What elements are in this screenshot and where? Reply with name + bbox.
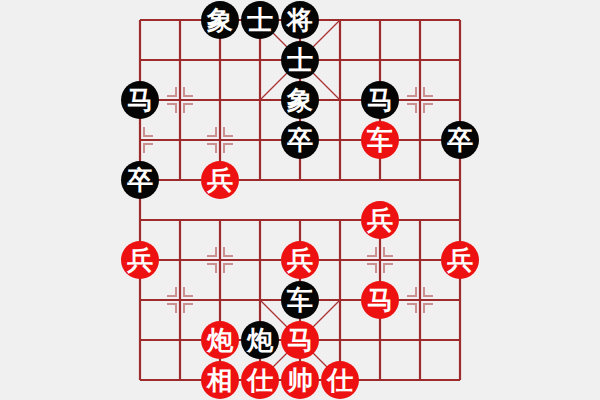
piece-red-elephant[interactable]: 相 [201, 361, 239, 399]
board-point-f8[interactable] [320, 280, 360, 320]
board-point-f4[interactable] [320, 120, 360, 160]
piece-red-soldier[interactable]: 兵 [201, 161, 239, 199]
board-point-i9[interactable] [440, 320, 480, 360]
piece-black-soldier[interactable]: 卒 [281, 121, 319, 159]
board-point-i3[interactable] [440, 80, 480, 120]
piece-black-soldier[interactable]: 卒 [121, 161, 159, 199]
piece-black-advisor[interactable]: 士 [241, 1, 279, 39]
board-point-f6[interactable] [320, 200, 360, 240]
board-point-g2[interactable] [360, 40, 400, 80]
board-point-h4[interactable] [400, 120, 440, 160]
board-point-h6[interactable] [400, 200, 440, 240]
board-point-a10[interactable] [120, 360, 160, 400]
board-point-b9[interactable] [160, 320, 200, 360]
board-point-c3[interactable] [200, 80, 240, 120]
board-point-a9[interactable] [120, 320, 160, 360]
piece-black-horse[interactable]: 马 [121, 81, 159, 119]
board-point-g10[interactable] [360, 360, 400, 400]
board-point-c2[interactable] [200, 40, 240, 80]
piece-red-advisor[interactable]: 仕 [241, 361, 279, 399]
board-point-c8[interactable] [200, 280, 240, 320]
board-point-c4[interactable] [200, 120, 240, 160]
board-point-d4[interactable] [240, 120, 280, 160]
piece-red-soldier[interactable]: 兵 [121, 241, 159, 279]
board-point-f9[interactable] [320, 320, 360, 360]
board-point-h5[interactable] [400, 160, 440, 200]
board-point-i6[interactable] [440, 200, 480, 240]
board-point-b8[interactable] [160, 280, 200, 320]
board-point-g1[interactable] [360, 0, 400, 40]
piece-red-soldier[interactable]: 兵 [281, 241, 319, 279]
piece-red-soldier[interactable]: 兵 [361, 201, 399, 239]
board-point-g7[interactable] [360, 240, 400, 280]
board-point-b7[interactable] [160, 240, 200, 280]
piece-red-soldier[interactable]: 兵 [441, 241, 479, 279]
piece-red-horse[interactable]: 马 [281, 321, 319, 359]
board-point-d8[interactable] [240, 280, 280, 320]
board-point-f1[interactable] [320, 0, 360, 40]
board-point-g5[interactable] [360, 160, 400, 200]
board-point-b5[interactable] [160, 160, 200, 200]
board-point-i8[interactable] [440, 280, 480, 320]
board-point-d7[interactable] [240, 240, 280, 280]
xiangqi-app: 象士将士马象马卒车卒卒兵兵兵兵兵车马炮炮马相仕帅仕 [0, 0, 600, 400]
piece-red-advisor[interactable]: 仕 [321, 361, 359, 399]
board-point-g9[interactable] [360, 320, 400, 360]
board-point-h8[interactable] [400, 280, 440, 320]
board-point-d3[interactable] [240, 80, 280, 120]
board-point-c7[interactable] [200, 240, 240, 280]
board-point-h7[interactable] [400, 240, 440, 280]
board-point-a2[interactable] [120, 40, 160, 80]
board-point-h2[interactable] [400, 40, 440, 80]
board-point-h9[interactable] [400, 320, 440, 360]
board-point-i2[interactable] [440, 40, 480, 80]
board-point-b4[interactable] [160, 120, 200, 160]
board-point-i5[interactable] [440, 160, 480, 200]
board-point-b10[interactable] [160, 360, 200, 400]
piece-red-horse[interactable]: 马 [361, 281, 399, 319]
piece-black-elephant[interactable]: 象 [281, 81, 319, 119]
board-point-a6[interactable] [120, 200, 160, 240]
board-point-a8[interactable] [120, 280, 160, 320]
board-point-f7[interactable] [320, 240, 360, 280]
piece-black-advisor[interactable]: 士 [281, 41, 319, 79]
board-point-i10[interactable] [440, 360, 480, 400]
piece-black-cannon[interactable]: 炮 [241, 321, 279, 359]
board-point-f3[interactable] [320, 80, 360, 120]
piece-black-soldier[interactable]: 卒 [441, 121, 479, 159]
board-point-f5[interactable] [320, 160, 360, 200]
board-point-e6[interactable] [280, 200, 320, 240]
board-point-b6[interactable] [160, 200, 200, 240]
board-point-c6[interactable] [200, 200, 240, 240]
piece-black-general[interactable]: 将 [281, 1, 319, 39]
board-point-d5[interactable] [240, 160, 280, 200]
piece-black-horse[interactable]: 马 [361, 81, 399, 119]
board-point-b3[interactable] [160, 80, 200, 120]
xiangqi-board[interactable]: 象士将士马象马卒车卒卒兵兵兵兵兵车马炮炮马相仕帅仕 [0, 0, 600, 400]
board-point-f2[interactable] [320, 40, 360, 80]
board-point-a4[interactable] [120, 120, 160, 160]
board-point-h3[interactable] [400, 80, 440, 120]
piece-red-chariot[interactable]: 车 [361, 121, 399, 159]
board-point-b1[interactable] [160, 0, 200, 40]
board-point-d6[interactable] [240, 200, 280, 240]
board-point-d2[interactable] [240, 40, 280, 80]
board-point-b2[interactable] [160, 40, 200, 80]
board-point-h1[interactable] [400, 0, 440, 40]
piece-red-cannon[interactable]: 炮 [201, 321, 239, 359]
piece-black-elephant[interactable]: 象 [201, 1, 239, 39]
board-point-i1[interactable] [440, 0, 480, 40]
board-point-e5[interactable] [280, 160, 320, 200]
board-point-a1[interactable] [120, 0, 160, 40]
board-point-h10[interactable] [400, 360, 440, 400]
piece-red-general[interactable]: 帅 [281, 361, 319, 399]
piece-black-chariot[interactable]: 车 [281, 281, 319, 319]
